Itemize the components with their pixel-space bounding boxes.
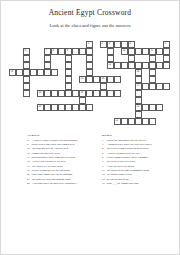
grid-cell[interactable] [107, 55, 114, 62]
grid-cell[interactable] [44, 62, 51, 69]
grid-void [30, 41, 37, 48]
grid-void [9, 104, 16, 111]
grid-void [114, 83, 121, 90]
clue-item-text: Ra was the god of the ___ [106, 177, 175, 180]
grid-cell[interactable] [58, 48, 65, 55]
grid-cell[interactable] [86, 55, 93, 62]
clue-number: 11 [150, 49, 153, 52]
grid-void [37, 76, 44, 83]
grid-cell[interactable] [23, 69, 30, 76]
grid-cell[interactable] [44, 55, 51, 62]
grid-void [16, 48, 23, 55]
grid-void [107, 111, 114, 118]
grid-cell[interactable] [86, 48, 93, 55]
grid-void [79, 118, 86, 125]
grid-void [86, 83, 93, 90]
grid-cell[interactable] [107, 90, 114, 97]
clue-item: 12.Famous last queen of Egypt [27, 151, 97, 154]
clue-number: 17 [136, 84, 139, 87]
clue-item: 6.Lucky charms wrapped inside a mummy [102, 156, 175, 159]
grid-void [58, 97, 65, 104]
grid-void [30, 48, 37, 55]
grid-void [9, 97, 16, 104]
clue-number: 21 [136, 105, 139, 108]
grid-cell[interactable] [156, 48, 163, 55]
clue-number: 3 [108, 42, 109, 45]
grid-void [37, 41, 44, 48]
grid-cell[interactable]: 9 [65, 48, 72, 55]
grid-void [86, 97, 93, 104]
grid-void [51, 41, 58, 48]
grid-cell[interactable] [86, 90, 93, 97]
grid-cell[interactable]: 5 [163, 41, 170, 48]
grid-cell[interactable]: 13 [9, 69, 16, 76]
clue-item: 5.A sacred wading bird of the Nile [102, 151, 175, 154]
grid-cell[interactable] [142, 62, 149, 69]
grid-void [44, 83, 51, 90]
grid-void [9, 41, 16, 48]
worksheet-page: Ancient Egypt Crossword Look at the clue… [0, 0, 180, 255]
grid-cell[interactable] [86, 69, 93, 76]
clue-number: 20 [38, 105, 41, 108]
clue-item: 20.Huge stone tombs built for the pharao… [27, 173, 97, 176]
grid-void [16, 41, 23, 48]
grid-void [16, 62, 23, 69]
grid-void [51, 76, 58, 83]
grid-cell[interactable] [135, 118, 142, 125]
grid-cell[interactable] [86, 76, 93, 83]
grid-cell[interactable] [65, 69, 72, 76]
grid-void [58, 62, 65, 69]
grid-cell[interactable]: 20 [37, 104, 44, 111]
grid-void [156, 55, 163, 62]
grid-void [100, 48, 107, 55]
grid-void [86, 118, 93, 125]
clue-number: 19 [80, 91, 83, 94]
grid-cell[interactable] [30, 69, 37, 76]
grid-void [16, 97, 23, 104]
grid-cell[interactable]: 22 [114, 118, 121, 125]
clue-number: 2 [101, 42, 102, 45]
grid-cell[interactable] [149, 55, 156, 62]
grid-void [128, 90, 135, 97]
clue-item: 17.The capital city of Egypt today [27, 164, 97, 167]
grid-void [128, 111, 135, 118]
grid-void [44, 41, 51, 48]
grid-void [107, 97, 114, 104]
page-subtitle: Look at the clues and figure out the ans… [1, 23, 179, 28]
grid-void [23, 104, 30, 111]
grid-void [30, 76, 37, 83]
grid-cell[interactable] [156, 83, 163, 90]
grid-cell[interactable] [37, 69, 44, 76]
grid-void [51, 55, 58, 62]
grid-cell[interactable] [142, 48, 149, 55]
grid-void [121, 90, 128, 97]
grid-cell[interactable]: 14 [135, 69, 142, 76]
grid-void [100, 97, 107, 104]
grid-cell[interactable]: 19 [79, 90, 86, 97]
grid-void [58, 55, 65, 62]
grid-cell[interactable] [128, 62, 135, 69]
grid-cell[interactable] [65, 104, 72, 111]
grid-cell[interactable]: 12 [107, 62, 114, 69]
grid-cell[interactable] [149, 83, 156, 90]
clue-item: 14.Tall pointed stone pillars [102, 173, 175, 176]
grid-void [156, 90, 163, 97]
clue-number: 15 [80, 77, 83, 80]
clue-item-text: The capital city of Egypt today [31, 164, 96, 167]
grid-cell[interactable] [114, 62, 121, 69]
grid-void [121, 76, 128, 83]
grid-cell[interactable] [114, 41, 121, 48]
grid-cell[interactable] [100, 83, 107, 90]
grid-void [37, 97, 44, 104]
grid-void [30, 90, 37, 97]
grid-cell[interactable] [142, 118, 149, 125]
grid-cell[interactable] [58, 104, 65, 111]
grid-cell[interactable] [93, 76, 100, 83]
grid-void [128, 104, 135, 111]
grid-cell[interactable] [135, 62, 142, 69]
grid-void [142, 111, 149, 118]
grid-cell[interactable] [79, 48, 86, 55]
grid-void [149, 41, 156, 48]
grid-cell[interactable]: 17 [135, 83, 142, 90]
grid-void [142, 55, 149, 62]
grid-cell[interactable] [100, 90, 107, 97]
grid-void [156, 97, 163, 104]
grid-cell[interactable] [44, 69, 51, 76]
grid-cell[interactable] [135, 48, 142, 55]
grid-void [135, 55, 142, 62]
grid-void [9, 62, 16, 69]
clue-number: 8 [52, 49, 53, 52]
grid-void [114, 55, 121, 62]
clue-number: 5 [164, 42, 165, 45]
grid-void [37, 62, 44, 69]
grid-cell[interactable]: 21 [135, 104, 142, 111]
grid-void [9, 111, 16, 118]
grid-cell[interactable] [149, 62, 156, 69]
grid-void [107, 83, 114, 90]
grid-void [121, 55, 128, 62]
clue-number: 6 [24, 49, 25, 52]
grid-cell[interactable] [142, 83, 149, 90]
grid-void [72, 83, 79, 90]
grid-cell[interactable] [72, 90, 79, 97]
grid-cell[interactable] [65, 55, 72, 62]
grid-void [163, 76, 170, 83]
grid-cell[interactable] [156, 104, 163, 111]
grid-void [72, 97, 79, 104]
clue-number: 1 [87, 42, 88, 45]
grid-void [79, 83, 86, 90]
grid-void [44, 111, 51, 118]
grid-cell[interactable] [51, 104, 58, 111]
grid-void [149, 111, 156, 118]
clue-item: 16.Ra was the god of the ___ [102, 177, 175, 180]
grid-void [37, 111, 44, 118]
grid-void [9, 83, 16, 90]
grid-void [72, 76, 79, 83]
grid-void [142, 41, 149, 48]
grid-cell[interactable]: 2 [100, 41, 107, 48]
grid-void [9, 76, 16, 83]
grid-cell[interactable] [51, 69, 58, 76]
clue-item-text: The king and ruler of Ancient Egypt [31, 147, 96, 150]
grid-cell[interactable]: 8 [51, 48, 58, 55]
grid-cell[interactable] [135, 76, 142, 83]
grid-void [121, 83, 128, 90]
clue-item: 4.The Great Pyramid stands on this plate… [102, 147, 175, 150]
grid-cell[interactable] [135, 90, 142, 97]
grid-void [128, 69, 135, 76]
clue-item: 9.A fast cart pulled by horses [102, 164, 175, 167]
grid-void [93, 104, 100, 111]
grid-cell[interactable] [58, 90, 65, 97]
clue-item-text: The desert is covered in this [106, 160, 175, 163]
grid-void [107, 118, 114, 125]
grid-cell[interactable] [149, 69, 156, 76]
grid-void [30, 118, 37, 125]
grid-cell[interactable]: 6 [23, 48, 30, 55]
grid-void [37, 55, 44, 62]
grid-cell[interactable] [23, 90, 30, 97]
clue-item-text: Statue with a lion's body and a man's he… [31, 143, 96, 146]
clue-number: 4 [129, 42, 130, 45]
clue-item: 18.Picture writing used by the Egyptians [27, 169, 97, 172]
grid-void [58, 41, 65, 48]
grid-void [156, 111, 163, 118]
grid-cell[interactable] [107, 48, 114, 55]
clue-item-text: Lucky charms wrapped inside a mummy [106, 156, 175, 159]
grid-void [72, 111, 79, 118]
clue-item: 3.A room or place where the dead were bu… [102, 143, 175, 146]
across-clues-list: 2.A preserved body wrapped in cloth band… [27, 138, 97, 184]
grid-cell[interactable] [128, 48, 135, 55]
grid-void [149, 97, 156, 104]
grid-void [58, 83, 65, 90]
grid-void [51, 111, 58, 118]
grid-void [79, 69, 86, 76]
page-title: Ancient Egypt Crossword [1, 8, 179, 17]
grid-cell[interactable] [72, 104, 79, 111]
clue-item-text: A sacred wading bird of the Nile [106, 151, 175, 154]
grid-void [23, 97, 30, 104]
grid-void [44, 76, 51, 83]
grid-void [163, 90, 170, 97]
grid-void [9, 55, 16, 62]
grid-void [107, 69, 114, 76]
grid-cell[interactable] [163, 55, 170, 62]
grid-cell[interactable] [16, 69, 23, 76]
grid-cell[interactable] [65, 76, 72, 83]
grid-void [58, 118, 65, 125]
grid-void [163, 69, 170, 76]
grid-cell[interactable]: 4 [128, 41, 135, 48]
grid-cell[interactable] [114, 76, 121, 83]
grid-cell[interactable] [44, 104, 51, 111]
grid-void [93, 62, 100, 69]
grid-cell[interactable] [79, 97, 86, 104]
grid-void [30, 55, 37, 62]
clue-item-text: Famous last queen of Egypt [31, 151, 96, 154]
grid-void [44, 118, 51, 125]
grid-void [16, 76, 23, 83]
grid-cell[interactable]: 1 [86, 41, 93, 48]
grid-void [114, 48, 121, 55]
grid-void [79, 41, 86, 48]
grid-cell[interactable] [23, 55, 30, 62]
grid-cell[interactable] [65, 90, 72, 97]
grid-cell[interactable] [65, 62, 72, 69]
grid-cell[interactable]: 18 [37, 90, 44, 97]
grid-cell[interactable] [121, 62, 128, 69]
grid-void [100, 55, 107, 62]
clue-item-text: Huge stone tombs built for the pharaohs [31, 173, 96, 176]
clue-item-text: Tall pointed stone pillars [106, 173, 175, 176]
grid-cell[interactable] [149, 118, 156, 125]
grid-cell[interactable]: 10 [121, 48, 128, 55]
clue-number: 12 [108, 63, 111, 66]
grid-void [100, 111, 107, 118]
grid-cell[interactable]: 3 [107, 41, 114, 48]
grid-void [142, 69, 149, 76]
grid-void [37, 83, 44, 90]
grid-void [51, 118, 58, 125]
grid-void [114, 104, 121, 111]
grid-cell[interactable] [93, 90, 100, 97]
grid-void [79, 111, 86, 118]
grid-cell[interactable] [163, 83, 170, 90]
grid-void [86, 111, 93, 118]
grid-cell[interactable]: 16 [100, 76, 107, 83]
grid-void [163, 118, 170, 125]
grid-cell[interactable] [121, 118, 128, 125]
grid-void [121, 111, 128, 118]
grid-cell[interactable] [44, 90, 51, 97]
grid-void [93, 118, 100, 125]
grid-void [44, 97, 51, 104]
clue-item-text: Picture writing used by the Egyptians [31, 169, 96, 172]
down-clues-list: 1.God of the underworld and the afterlif… [102, 138, 175, 184]
grid-cell[interactable] [149, 76, 156, 83]
grid-void [51, 83, 58, 90]
grid-cell[interactable] [128, 55, 135, 62]
clue-number: 16 [101, 77, 104, 80]
grid-cell[interactable] [72, 48, 79, 55]
grid-void [51, 97, 58, 104]
grid-void [93, 97, 100, 104]
grid-cell[interactable] [142, 104, 149, 111]
grid-void [114, 69, 121, 76]
grid-void [30, 111, 37, 118]
grid-cell[interactable]: 15 [79, 76, 86, 83]
grid-cell[interactable] [135, 111, 142, 118]
grid-void [121, 104, 128, 111]
grid-void [79, 55, 86, 62]
grid-void [16, 90, 23, 97]
grid-void [30, 104, 37, 111]
grid-cell[interactable] [23, 76, 30, 83]
grid-void [100, 104, 107, 111]
crossword-grid[interactable]: 12345678910111213141516171819202122 [9, 41, 170, 125]
grid-void [93, 41, 100, 48]
grid-void [114, 97, 121, 104]
grid-cell[interactable] [86, 62, 93, 69]
grid-cell[interactable] [65, 83, 72, 90]
grid-cell[interactable] [135, 97, 142, 104]
clue-item: 2.A preserved body wrapped in cloth band… [27, 138, 97, 141]
grid-cell[interactable] [86, 104, 93, 111]
grid-void [37, 118, 44, 125]
grid-void [9, 90, 16, 97]
clue-item: 11.The jackal-headed god of mummificatio… [102, 169, 175, 172]
grid-void [114, 111, 121, 118]
grid-void [142, 76, 149, 83]
grid-cell[interactable] [163, 48, 170, 55]
clue-item: 21.The long river that runs through Egyp… [27, 177, 97, 180]
across-heading: Across [27, 133, 97, 136]
clue-item-text: A building where the gods were worshippe… [31, 181, 96, 184]
grid-void [156, 69, 163, 76]
grid-void [79, 62, 86, 69]
grid-void [30, 62, 37, 69]
grid-cell[interactable] [121, 41, 128, 48]
grid-void [100, 118, 107, 125]
grid-cell[interactable] [107, 76, 114, 83]
clue-item-text: A room or place where the dead were buri… [106, 143, 175, 146]
down-heading: Down [102, 133, 175, 136]
grid-cell[interactable] [79, 104, 86, 111]
grid-cell[interactable] [156, 62, 163, 69]
grid-void [135, 41, 142, 48]
grid-void [142, 90, 149, 97]
grid-void [16, 55, 23, 62]
grid-void [23, 118, 30, 125]
grid-void [72, 41, 79, 48]
grid-cell[interactable] [114, 90, 121, 97]
grid-void [121, 69, 128, 76]
grid-cell[interactable]: 11 [149, 48, 156, 55]
clue-number: 7 [45, 49, 46, 52]
grid-cell[interactable] [149, 104, 156, 111]
grid-void [58, 76, 65, 83]
grid-void [128, 97, 135, 104]
grid-cell[interactable] [128, 118, 135, 125]
clue-item-text: A beetle that was sacred in Egypt [31, 160, 96, 163]
grid-cell[interactable] [51, 90, 58, 97]
clue-number: 9 [66, 49, 67, 52]
clue-item-text: God of the underworld and the afterlife [106, 138, 175, 141]
grid-void [72, 62, 79, 69]
grid-cell[interactable]: 7 [44, 48, 51, 55]
grid-cell[interactable] [163, 62, 170, 69]
grid-cell[interactable] [23, 62, 30, 69]
across-clues-section: Across 2.A preserved body wrapped in clo… [27, 133, 97, 186]
clue-item-text: A fast cart pulled by horses [106, 164, 175, 167]
grid-void [121, 97, 128, 104]
clue-item: 22.A building where the gods were worshi… [27, 181, 97, 184]
clue-number: 22 [115, 119, 118, 122]
grid-void [9, 48, 16, 55]
grid-cell[interactable] [23, 83, 30, 90]
clue-item: 10.The king and ruler of Ancient Egypt [27, 147, 97, 150]
grid-void [128, 83, 135, 90]
grid-void [30, 83, 37, 90]
grid-void [149, 90, 156, 97]
